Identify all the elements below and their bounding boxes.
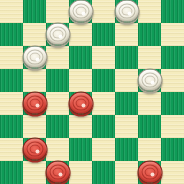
light-square-r1c3 [69,23,92,46]
dark-square-r2c5[interactable] [115,46,138,69]
dark-square-r6c3[interactable] [69,138,92,161]
light-square-r7c5 [115,161,138,184]
dark-square-r0c3[interactable] [69,0,92,23]
light-square-r7c3 [69,161,92,184]
dark-square-r3c2[interactable] [46,69,69,92]
light-square-r6c4 [92,138,115,161]
piece-highlight [35,57,39,61]
dark-square-r3c6[interactable] [138,69,161,92]
light-square-r7c1 [23,161,46,184]
dark-square-r5c4[interactable] [92,115,115,138]
light-square-r3c3 [69,69,92,92]
light-square-r6c2 [46,138,69,161]
dark-square-r2c1[interactable] [23,46,46,69]
piece-highlight [58,172,62,176]
dark-square-r1c6[interactable] [138,23,161,46]
dark-square-r3c0[interactable] [0,69,23,92]
light-square-r3c7 [161,69,184,92]
light-square-r5c3 [69,115,92,138]
light-square-r2c0 [0,46,23,69]
piece-highlight [58,34,62,38]
light-square-r1c7 [161,23,184,46]
dark-square-r1c0[interactable] [0,23,23,46]
checkers-board [0,0,184,184]
white-checker[interactable] [114,0,139,22]
light-square-r4c0 [0,92,23,115]
dark-square-r4c5[interactable] [115,92,138,115]
dark-square-r6c5[interactable] [115,138,138,161]
light-square-r2c4 [92,46,115,69]
piece-highlight [150,80,154,84]
dark-square-r6c7[interactable] [161,138,184,161]
light-square-r0c6 [138,0,161,23]
piece-highlight [127,11,131,15]
piece-highlight [35,149,39,153]
dark-square-r4c1[interactable] [23,92,46,115]
light-square-r4c2 [46,92,69,115]
red-checker[interactable] [22,91,47,114]
light-square-r2c6 [138,46,161,69]
dark-square-r0c5[interactable] [115,0,138,23]
dark-square-r7c4[interactable] [92,161,115,184]
red-checker[interactable] [45,160,70,183]
dark-square-r3c4[interactable] [92,69,115,92]
dark-square-r6c1[interactable] [23,138,46,161]
dark-square-r0c1[interactable] [23,0,46,23]
piece-highlight [81,103,85,107]
dark-square-r2c7[interactable] [161,46,184,69]
dark-square-r7c6[interactable] [138,161,161,184]
dark-square-r4c3[interactable] [69,92,92,115]
dark-square-r5c2[interactable] [46,115,69,138]
red-checker[interactable] [22,137,47,160]
dark-square-r2c3[interactable] [69,46,92,69]
piece-highlight [150,172,154,176]
light-square-r4c6 [138,92,161,115]
dark-square-r5c6[interactable] [138,115,161,138]
light-square-r3c5 [115,69,138,92]
dark-square-r1c2[interactable] [46,23,69,46]
dark-square-r5c0[interactable] [0,115,23,138]
dark-square-r1c4[interactable] [92,23,115,46]
light-square-r5c5 [115,115,138,138]
light-square-r5c7 [161,115,184,138]
light-square-r0c2 [46,0,69,23]
light-square-r4c4 [92,92,115,115]
dark-square-r4c7[interactable] [161,92,184,115]
white-checker[interactable] [68,0,93,22]
light-square-r6c6 [138,138,161,161]
dark-square-r7c0[interactable] [0,161,23,184]
red-checker[interactable] [68,91,93,114]
light-square-r6c0 [0,138,23,161]
light-square-r7c7 [161,161,184,184]
piece-highlight [81,11,85,15]
white-checker[interactable] [22,45,47,68]
light-square-r2c2 [46,46,69,69]
dark-square-r7c2[interactable] [46,161,69,184]
light-square-r1c5 [115,23,138,46]
light-square-r1c1 [23,23,46,46]
piece-highlight [35,103,39,107]
white-checker[interactable] [45,22,70,45]
light-square-r0c4 [92,0,115,23]
light-square-r0c0 [0,0,23,23]
light-square-r5c1 [23,115,46,138]
white-checker[interactable] [137,68,162,91]
light-square-r3c1 [23,69,46,92]
red-checker[interactable] [137,160,162,183]
dark-square-r0c7[interactable] [161,0,184,23]
